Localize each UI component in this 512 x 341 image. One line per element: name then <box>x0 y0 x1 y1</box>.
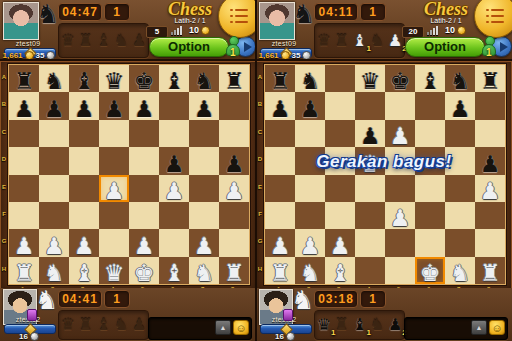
capture-slot-queen: ♛ <box>59 312 76 338</box>
gold-coin-icon <box>457 26 466 35</box>
gold-coin-icon <box>201 26 210 35</box>
black-pawn: ♟ <box>9 96 39 122</box>
chat-send-button[interactable]: ▲ <box>471 320 487 335</box>
opponent-coin-balance: 1,661 35 <box>0 51 58 59</box>
white-pawn: ♟ <box>385 205 415 231</box>
square-a6[interactable] <box>265 120 295 147</box>
square-e6[interactable]: ♟ <box>385 120 415 147</box>
black-queen: ♛ <box>99 68 129 94</box>
black-queen: ♛ <box>355 68 385 94</box>
rank-label-A: A <box>257 74 263 80</box>
black-rook: ♜ <box>265 68 295 94</box>
square-h3[interactable] <box>219 202 249 229</box>
square-e4[interactable] <box>129 175 159 202</box>
gift-badge-icon <box>283 309 293 321</box>
player-timer: 04:41 <box>58 290 102 308</box>
black-bishop: ♝ <box>415 68 445 94</box>
panel-divider <box>255 0 257 341</box>
captured-black-queen: ♛ <box>317 316 331 333</box>
black-pawn: ♟ <box>99 96 129 122</box>
square-d4[interactable] <box>355 175 385 202</box>
player-coin-balance: 16 <box>256 332 314 340</box>
silver-coin-icon <box>30 332 39 341</box>
black-pawn: ♟ <box>39 96 69 122</box>
gift-badge-icon <box>27 309 37 321</box>
player-coin-balance: 16 <box>0 332 58 340</box>
player-captured-tray: ♛♜♝♞♟ <box>58 310 149 340</box>
captured-black-pawn: ♟ <box>388 316 402 333</box>
capture-slot-pawn: ♟2 <box>387 312 404 338</box>
panel-header: ♞ ztest09 1,661 35 04:11 1 ♛♜♝1♞♟2 Chess… <box>256 0 512 59</box>
square-d7[interactable] <box>355 92 385 119</box>
black-pawn: ♟ <box>445 96 475 122</box>
square-c1[interactable]: ♝ <box>325 257 355 284</box>
square-e8[interactable]: ♚ <box>385 65 415 92</box>
square-d2[interactable] <box>99 229 129 256</box>
captured-white-bishop: ♝ <box>352 32 366 49</box>
square-d8[interactable]: ♛ <box>99 65 129 92</box>
rank-label-G: G <box>257 238 263 244</box>
capture-slot-bishop: ♝1 <box>351 28 368 54</box>
rank-label-F: F <box>257 211 263 217</box>
stake-amount: 10 <box>445 25 455 35</box>
square-d1[interactable]: ♛ <box>99 257 129 284</box>
square-d2[interactable] <box>355 229 385 256</box>
square-c6[interactable] <box>325 120 355 147</box>
square-b8[interactable]: ♞ <box>39 65 69 92</box>
capture-slot-knight: ♞ <box>113 312 130 338</box>
opponent-counter: 1 <box>360 3 386 21</box>
rank-label-C: C <box>1 129 7 135</box>
capture-slot-rook: ♜ <box>333 28 350 54</box>
square-c7[interactable]: ♟ <box>69 92 99 119</box>
square-c5[interactable] <box>69 147 99 174</box>
engraved-queen-icon: ♛ <box>317 32 331 49</box>
black-knight: ♞ <box>445 68 475 94</box>
black-pawn: ♟ <box>355 123 385 149</box>
engraved-rook-icon: ♜ <box>79 32 93 49</box>
square-b3[interactable] <box>295 202 325 229</box>
engraved-rook-icon: ♜ <box>335 316 349 333</box>
opponent-captured-tray: ♛♜♝♞♟ <box>58 23 149 58</box>
online-count-badge: 1 <box>486 47 492 58</box>
square-g5[interactable] <box>189 147 219 174</box>
square-f3[interactable] <box>415 202 445 229</box>
black-knight-side-icon: ♞ <box>292 0 315 28</box>
square-f1[interactable]: ♚ <box>415 257 445 284</box>
square-a2[interactable]: ♟ <box>265 229 295 256</box>
white-rook: ♜ <box>475 260 505 286</box>
engraved-rook-icon: ♜ <box>79 316 93 333</box>
white-pawn: ♟ <box>9 233 39 259</box>
square-g2[interactable]: ♟ <box>189 229 219 256</box>
square-e1[interactable]: ♚ <box>129 257 159 284</box>
square-g4[interactable] <box>189 175 219 202</box>
opponent-name: ztest09 <box>256 40 312 47</box>
black-pawn: ♟ <box>69 96 99 122</box>
square-e2[interactable] <box>385 229 415 256</box>
opponent-captured-tray: ♛♜♝1♞♟2 <box>314 23 405 58</box>
square-g3[interactable] <box>189 202 219 229</box>
capture-slot-queen: ♛1 <box>315 312 332 338</box>
square-a4[interactable] <box>9 175 39 202</box>
square-g6[interactable] <box>189 120 219 147</box>
square-g2[interactable] <box>445 229 475 256</box>
square-b7[interactable]: ♟ <box>295 92 325 119</box>
capture-slot-pawn: ♟ <box>131 312 148 338</box>
square-b7[interactable]: ♟ <box>39 92 69 119</box>
panel-header: ♞ ztest09 1,661 35 04:47 1 ♛♜♝♞♟ Chess L… <box>0 0 256 59</box>
rank-label-E: E <box>1 184 7 190</box>
capture-slot-knight: ♞ <box>369 312 386 338</box>
chat-input[interactable]: ▲ ☺ <box>148 317 252 340</box>
white-knight: ♞ <box>39 260 69 286</box>
app-screen: ♞ ztest09 1,661 35 04:47 1 ♛♜♝♞♟ Chess L… <box>0 0 512 341</box>
opponent-coin-balance: 1,661 35 <box>256 51 314 59</box>
black-pawn: ♟ <box>219 151 249 177</box>
square-h1[interactable]: ♜ <box>475 257 505 284</box>
square-a2[interactable]: ♟ <box>9 229 39 256</box>
engraved-queen-icon: ♛ <box>61 316 75 333</box>
white-pawn: ♟ <box>99 178 129 204</box>
square-c8[interactable] <box>325 65 355 92</box>
signal-bars-icon <box>427 25 440 35</box>
rank-label-E: E <box>257 184 263 190</box>
square-d1[interactable] <box>355 257 385 284</box>
white-bishop: ♝ <box>69 260 99 286</box>
black-knight: ♞ <box>295 68 325 94</box>
white-pawn: ♟ <box>189 233 219 259</box>
option-button[interactable]: Option <box>149 37 229 57</box>
signal-bars-icon <box>171 25 184 35</box>
silver-amount: 16 <box>275 332 284 341</box>
white-queen: ♛ <box>99 260 129 286</box>
square-a5[interactable] <box>9 147 39 174</box>
square-f2[interactable] <box>415 229 445 256</box>
opponent-name: ztest09 <box>0 40 56 47</box>
square-g7[interactable]: ♟ <box>189 92 219 119</box>
engraved-knight-icon: ♞ <box>370 32 384 49</box>
white-pawn: ♟ <box>295 233 325 259</box>
stake-coins: 10 <box>189 25 210 35</box>
white-pawn: ♟ <box>129 233 159 259</box>
black-pawn: ♟ <box>265 96 295 122</box>
square-f2[interactable] <box>159 229 189 256</box>
engraved-bishop-icon: ♝ <box>96 32 110 49</box>
black-rook: ♜ <box>475 68 505 94</box>
capture-slot-bishop: ♝ <box>95 312 112 338</box>
square-g7[interactable]: ♟ <box>445 92 475 119</box>
white-pawn: ♟ <box>39 233 69 259</box>
square-f8[interactable]: ♝ <box>415 65 445 92</box>
square-d5[interactable] <box>99 147 129 174</box>
capture-slot-queen: ♛ <box>59 28 76 54</box>
chess-board: ♜♞♝♛♚♝♞♜♟♟♟♟♟♟♟♟♟♟♟♟♟♟♟♟♜♞♝♛♚♝♞♜ ABCDEFG… <box>0 59 256 293</box>
square-b1[interactable]: ♞ <box>295 257 325 284</box>
square-h8[interactable]: ♜ <box>219 65 249 92</box>
square-e5[interactable] <box>129 147 159 174</box>
praise-banner: Gerakan bagus! <box>256 147 512 176</box>
chess-board: ♜♞♛♚♝♞♜♟♟♟♟♟♛♟♟♟♟♟♟♜♞♝♚♞♜ Gerakan bagus!… <box>256 59 512 293</box>
square-d6[interactable]: ♟ <box>355 120 385 147</box>
rank-label-D: D <box>1 156 7 162</box>
white-knight: ♞ <box>295 260 325 286</box>
white-pawn: ♟ <box>385 123 415 149</box>
engraved-queen-icon: ♛ <box>61 32 75 49</box>
black-pawn: ♟ <box>189 96 219 122</box>
square-a8[interactable]: ♜ <box>9 65 39 92</box>
square-b8[interactable]: ♞ <box>295 65 325 92</box>
square-b6[interactable] <box>39 120 69 147</box>
black-pawn: ♟ <box>129 96 159 122</box>
square-b4[interactable] <box>295 175 325 202</box>
black-knight: ♞ <box>39 68 69 94</box>
player-counter: 1 <box>360 290 386 308</box>
white-rook: ♜ <box>9 260 39 286</box>
rank-label-H: H <box>257 266 263 272</box>
square-h6[interactable] <box>475 120 505 147</box>
black-bishop: ♝ <box>69 68 99 94</box>
square-c8[interactable]: ♝ <box>69 65 99 92</box>
square-b4[interactable] <box>39 175 69 202</box>
menu-button[interactable] <box>218 0 256 38</box>
engraved-knight-icon: ♞ <box>114 316 128 333</box>
opponent-counter: 1 <box>104 3 130 21</box>
white-pawn: ♟ <box>325 233 355 259</box>
square-e1[interactable] <box>385 257 415 284</box>
square-a7[interactable]: ♟ <box>9 92 39 119</box>
engraved-bishop-icon: ♝ <box>96 316 110 333</box>
square-d8[interactable]: ♛ <box>355 65 385 92</box>
square-c4[interactable] <box>69 175 99 202</box>
square-e6[interactable] <box>129 120 159 147</box>
rank-label-C: C <box>257 129 263 135</box>
rank-label-B: B <box>1 101 7 107</box>
square-e8[interactable]: ♚ <box>129 65 159 92</box>
square-a3[interactable] <box>265 202 295 229</box>
square-e2[interactable]: ♟ <box>129 229 159 256</box>
captured-white-pawn: ♟ <box>388 32 402 49</box>
square-e3[interactable]: ♟ <box>385 202 415 229</box>
square-f7[interactable] <box>159 92 189 119</box>
square-a6[interactable] <box>9 120 39 147</box>
square-b1[interactable]: ♞ <box>39 257 69 284</box>
white-pawn: ♟ <box>69 233 99 259</box>
square-f5[interactable]: ♟ <box>159 147 189 174</box>
black-knight: ♞ <box>189 68 219 94</box>
square-c1[interactable]: ♝ <box>69 257 99 284</box>
square-d6[interactable] <box>99 120 129 147</box>
square-c7[interactable] <box>325 92 355 119</box>
black-pawn: ♟ <box>295 96 325 122</box>
capture-slot-knight: ♞ <box>113 28 130 54</box>
rank-label-A: A <box>1 74 7 80</box>
square-g8[interactable]: ♞ <box>189 65 219 92</box>
square-b2[interactable]: ♟ <box>39 229 69 256</box>
chat-send-button[interactable]: ▲ <box>215 320 231 335</box>
black-knight-side-icon: ♞ <box>36 0 59 28</box>
square-b5[interactable] <box>39 147 69 174</box>
opponent-avatar[interactable] <box>3 2 39 40</box>
square-h2[interactable] <box>475 229 505 256</box>
capture-slot-bishop: ♝ <box>95 28 112 54</box>
square-f4[interactable]: ♟ <box>159 175 189 202</box>
square-a4[interactable] <box>265 175 295 202</box>
square-a3[interactable] <box>9 202 39 229</box>
player-captured-tray: ♛1♜♝1♞♟2 <box>314 310 405 340</box>
capture-slot-bishop: ♝1 <box>351 312 368 338</box>
capture-slot-rook: ♜ <box>77 28 94 54</box>
white-king: ♚ <box>415 260 445 286</box>
square-h6[interactable] <box>219 120 249 147</box>
square-b2[interactable]: ♟ <box>295 229 325 256</box>
square-d4[interactable]: ♟ <box>99 175 129 202</box>
capture-slot-rook: ♜ <box>77 312 94 338</box>
chat-input[interactable]: ▲ ☺ <box>404 317 508 340</box>
square-h1[interactable]: ♜ <box>219 257 249 284</box>
square-f6[interactable] <box>159 120 189 147</box>
white-bishop: ♝ <box>159 260 189 286</box>
captured-black-bishop: ♝ <box>352 316 366 333</box>
square-h2[interactable] <box>219 229 249 256</box>
rank-label-F: F <box>1 211 7 217</box>
stake-coins: 10 <box>445 25 466 35</box>
square-c6[interactable] <box>69 120 99 147</box>
square-f8[interactable]: ♝ <box>159 65 189 92</box>
square-g1[interactable]: ♞ <box>445 257 475 284</box>
opponent-avatar[interactable] <box>259 2 295 40</box>
silver-amount: 16 <box>19 332 28 341</box>
black-rook: ♜ <box>9 68 39 94</box>
engraved-rook-icon: ♜ <box>335 32 349 49</box>
square-d7[interactable]: ♟ <box>99 92 129 119</box>
capture-slot-knight: ♞ <box>369 28 386 54</box>
white-knight: ♞ <box>189 260 219 286</box>
emoji-button[interactable]: ☺ <box>233 320 249 335</box>
rank-label-G: G <box>1 238 7 244</box>
square-e7[interactable]: ♟ <box>129 92 159 119</box>
black-pawn: ♟ <box>159 151 189 177</box>
menu-button[interactable] <box>474 0 512 38</box>
black-king: ♚ <box>385 68 415 94</box>
square-h4[interactable]: ♟ <box>219 175 249 202</box>
white-bishop: ♝ <box>325 260 355 286</box>
capture-slot-queen: ♛ <box>315 28 332 54</box>
square-d3[interactable] <box>99 202 129 229</box>
square-a1[interactable]: ♜ <box>265 257 295 284</box>
square-f7[interactable] <box>415 92 445 119</box>
square-c2[interactable]: ♟ <box>69 229 99 256</box>
engraved-pawn-icon: ♟ <box>132 316 146 333</box>
square-f6[interactable] <box>415 120 445 147</box>
square-h7[interactable] <box>475 92 505 119</box>
white-knight-side-icon: ♞ <box>291 286 314 314</box>
black-rook: ♜ <box>219 68 249 94</box>
square-g4[interactable] <box>445 175 475 202</box>
engraved-knight-icon: ♞ <box>370 316 384 333</box>
opponent-timer: 04:47 <box>58 3 102 21</box>
square-c3[interactable] <box>325 202 355 229</box>
square-f4[interactable] <box>415 175 445 202</box>
online-players-icon[interactable]: 1 <box>226 36 240 57</box>
online-players-icon[interactable]: 1 <box>482 36 496 57</box>
stake-amount: 10 <box>189 25 199 35</box>
square-h3[interactable] <box>475 202 505 229</box>
rank-label-B: B <box>257 101 263 107</box>
square-e4[interactable] <box>385 175 415 202</box>
board-grid: ♜♞♝♛♚♝♞♜♟♟♟♟♟♟♟♟♟♟♟♟♟♟♟♟♜♞♝♛♚♝♞♜ <box>8 64 250 285</box>
online-count-badge: 1 <box>230 47 236 58</box>
rank-label-H: H <box>1 266 7 272</box>
white-pawn: ♟ <box>159 178 189 204</box>
white-rook: ♜ <box>219 260 249 286</box>
engraved-knight-icon: ♞ <box>114 32 128 49</box>
white-pawn: ♟ <box>475 178 505 204</box>
square-b6[interactable] <box>295 120 325 147</box>
silver-coin-icon <box>286 332 295 341</box>
white-pawn: ♟ <box>219 178 249 204</box>
square-g1[interactable]: ♞ <box>189 257 219 284</box>
square-f3[interactable] <box>159 202 189 229</box>
black-king: ♚ <box>129 68 159 94</box>
white-rook: ♜ <box>265 260 295 286</box>
square-d3[interactable] <box>355 202 385 229</box>
black-bishop: ♝ <box>159 68 189 94</box>
square-g3[interactable] <box>445 202 475 229</box>
square-h5[interactable]: ♟ <box>219 147 249 174</box>
engraved-pawn-icon: ♟ <box>132 32 146 49</box>
emoji-button[interactable]: ☺ <box>489 320 505 335</box>
square-c2[interactable]: ♟ <box>325 229 355 256</box>
square-a1[interactable]: ♜ <box>9 257 39 284</box>
square-a8[interactable]: ♜ <box>265 65 295 92</box>
square-f1[interactable]: ♝ <box>159 257 189 284</box>
square-e3[interactable] <box>129 202 159 229</box>
white-king: ♚ <box>129 260 159 286</box>
square-h4[interactable]: ♟ <box>475 175 505 202</box>
game-panel-right: ♞ ztest09 1,661 35 04:11 1 ♛♜♝1♞♟2 Chess… <box>256 0 512 341</box>
square-a7[interactable]: ♟ <box>265 92 295 119</box>
player-counter: 1 <box>104 290 130 308</box>
opponent-timer: 04:11 <box>314 3 358 21</box>
white-pawn: ♟ <box>265 233 295 259</box>
white-knight: ♞ <box>445 260 475 286</box>
option-button[interactable]: Option <box>405 37 485 57</box>
game-panel-left: ♞ ztest09 1,661 35 04:47 1 ♛♜♝♞♟ Chess L… <box>0 0 256 341</box>
square-c4[interactable] <box>325 175 355 202</box>
square-h8[interactable]: ♜ <box>475 65 505 92</box>
white-knight-side-icon: ♞ <box>35 286 58 314</box>
square-g6[interactable] <box>445 120 475 147</box>
player-timer: 03:18 <box>314 290 358 308</box>
square-h7[interactable] <box>219 92 249 119</box>
square-g8[interactable]: ♞ <box>445 65 475 92</box>
square-e7[interactable] <box>385 92 415 119</box>
capture-slot-rook: ♜ <box>333 312 350 338</box>
square-b3[interactable] <box>39 202 69 229</box>
square-c3[interactable] <box>69 202 99 229</box>
